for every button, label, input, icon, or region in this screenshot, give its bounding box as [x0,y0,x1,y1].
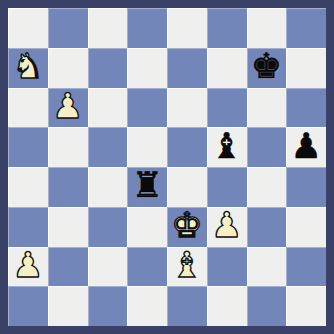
square-c5[interactable] [88,127,128,167]
square-a3[interactable] [8,207,48,247]
square-a7[interactable]: ♞ [8,48,48,88]
square-e5[interactable] [167,127,207,167]
square-e3[interactable]: ♚ [167,207,207,247]
white-king[interactable]: ♚ [171,208,202,243]
square-d5[interactable] [127,127,167,167]
black-rook[interactable]: ♜ [131,168,162,203]
white-pawn[interactable]: ♟ [12,248,43,283]
square-f7[interactable] [207,48,247,88]
square-e2[interactable]: ♝ [167,247,207,287]
square-b8[interactable] [48,8,88,48]
square-e8[interactable] [167,8,207,48]
square-c4[interactable] [88,167,128,207]
square-h3[interactable] [286,207,326,247]
square-c2[interactable] [88,247,128,287]
square-g7[interactable]: ♚ [247,48,287,88]
square-e7[interactable] [167,48,207,88]
square-f8[interactable] [207,8,247,48]
square-d7[interactable] [127,48,167,88]
square-a5[interactable] [8,127,48,167]
square-b1[interactable] [48,286,88,326]
square-e1[interactable] [167,286,207,326]
black-bishop[interactable]: ♝ [211,129,242,164]
square-d6[interactable] [127,88,167,128]
square-g6[interactable] [247,88,287,128]
square-c3[interactable] [88,207,128,247]
square-h7[interactable] [286,48,326,88]
square-d2[interactable] [127,247,167,287]
square-h6[interactable] [286,88,326,128]
square-g4[interactable] [247,167,287,207]
square-e6[interactable] [167,88,207,128]
square-g8[interactable] [247,8,287,48]
square-b4[interactable] [48,167,88,207]
square-b3[interactable] [48,207,88,247]
square-g2[interactable] [247,247,287,287]
square-a2[interactable]: ♟ [8,247,48,287]
chess-board: ♞♚♟♝♟♜♚♟♟♝ [8,8,326,326]
square-h8[interactable] [286,8,326,48]
square-c7[interactable] [88,48,128,88]
black-pawn[interactable]: ♟ [290,129,321,164]
square-b7[interactable] [48,48,88,88]
square-h4[interactable] [286,167,326,207]
square-g3[interactable] [247,207,287,247]
chess-board-frame: ♞♚♟♝♟♜♚♟♟♝ [0,0,334,334]
square-h1[interactable] [286,286,326,326]
square-f4[interactable] [207,167,247,207]
square-b6[interactable]: ♟ [48,88,88,128]
square-f1[interactable] [207,286,247,326]
square-e4[interactable] [167,167,207,207]
square-d4[interactable]: ♜ [127,167,167,207]
square-f2[interactable] [207,247,247,287]
square-b5[interactable] [48,127,88,167]
square-g5[interactable] [247,127,287,167]
square-d8[interactable] [127,8,167,48]
square-h2[interactable] [286,247,326,287]
white-pawn[interactable]: ♟ [211,208,242,243]
square-c8[interactable] [88,8,128,48]
white-pawn[interactable]: ♟ [52,89,83,124]
square-d3[interactable] [127,207,167,247]
square-f3[interactable]: ♟ [207,207,247,247]
square-f6[interactable] [207,88,247,128]
square-a8[interactable] [8,8,48,48]
white-bishop[interactable]: ♝ [171,248,202,283]
white-knight[interactable]: ♞ [12,49,43,84]
square-c1[interactable] [88,286,128,326]
square-b2[interactable] [48,247,88,287]
square-g1[interactable] [247,286,287,326]
square-a6[interactable] [8,88,48,128]
square-a1[interactable] [8,286,48,326]
square-h5[interactable]: ♟ [286,127,326,167]
black-king[interactable]: ♚ [251,49,282,84]
square-f5[interactable]: ♝ [207,127,247,167]
square-a4[interactable] [8,167,48,207]
square-c6[interactable] [88,88,128,128]
square-d1[interactable] [127,286,167,326]
